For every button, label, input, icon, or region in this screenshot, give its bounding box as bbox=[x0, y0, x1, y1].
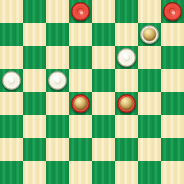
light-square bbox=[161, 23, 184, 46]
dark-square[interactable] bbox=[23, 0, 46, 23]
light-square bbox=[115, 161, 138, 184]
dark-square[interactable] bbox=[115, 92, 138, 115]
dark-square[interactable] bbox=[138, 115, 161, 138]
light-square bbox=[115, 115, 138, 138]
king-crown-icon bbox=[74, 97, 87, 110]
light-square bbox=[69, 115, 92, 138]
dark-square[interactable] bbox=[92, 69, 115, 92]
light-square bbox=[138, 46, 161, 69]
dark-square[interactable] bbox=[69, 46, 92, 69]
king-crown-icon bbox=[143, 28, 156, 41]
dark-square[interactable] bbox=[115, 138, 138, 161]
white-man-piece[interactable] bbox=[117, 48, 136, 67]
dark-square[interactable] bbox=[92, 23, 115, 46]
dark-square[interactable] bbox=[92, 161, 115, 184]
light-square bbox=[69, 161, 92, 184]
light-square bbox=[0, 0, 23, 23]
light-square bbox=[0, 138, 23, 161]
white-man-piece[interactable] bbox=[2, 71, 21, 90]
light-square bbox=[115, 23, 138, 46]
dark-square[interactable] bbox=[92, 115, 115, 138]
dark-square[interactable] bbox=[69, 0, 92, 23]
light-square bbox=[0, 92, 23, 115]
dark-square[interactable] bbox=[46, 69, 69, 92]
dark-square[interactable] bbox=[23, 46, 46, 69]
light-square bbox=[115, 69, 138, 92]
dark-square[interactable] bbox=[161, 92, 184, 115]
light-square bbox=[161, 69, 184, 92]
dark-square[interactable] bbox=[115, 46, 138, 69]
dark-square[interactable] bbox=[0, 23, 23, 46]
white-king-piece[interactable] bbox=[140, 25, 159, 44]
checkers-board bbox=[0, 0, 184, 184]
dark-square[interactable] bbox=[161, 0, 184, 23]
light-square bbox=[161, 161, 184, 184]
dark-square[interactable] bbox=[161, 46, 184, 69]
light-square bbox=[23, 23, 46, 46]
light-square bbox=[92, 92, 115, 115]
light-square bbox=[138, 138, 161, 161]
light-square bbox=[46, 138, 69, 161]
dark-square[interactable] bbox=[23, 138, 46, 161]
red-man-piece[interactable] bbox=[71, 2, 90, 21]
dark-square[interactable] bbox=[46, 161, 69, 184]
red-man-piece[interactable] bbox=[163, 2, 182, 21]
light-square bbox=[92, 0, 115, 23]
white-man-piece[interactable] bbox=[48, 71, 67, 90]
light-square bbox=[23, 69, 46, 92]
red-king-piece[interactable] bbox=[117, 94, 136, 113]
dark-square[interactable] bbox=[161, 138, 184, 161]
dark-square[interactable] bbox=[46, 115, 69, 138]
light-square bbox=[46, 92, 69, 115]
light-square bbox=[46, 0, 69, 23]
dark-square[interactable] bbox=[69, 138, 92, 161]
light-square bbox=[23, 161, 46, 184]
dark-square[interactable] bbox=[0, 115, 23, 138]
light-square bbox=[138, 0, 161, 23]
light-square bbox=[161, 115, 184, 138]
light-square bbox=[92, 46, 115, 69]
light-square bbox=[138, 92, 161, 115]
light-square bbox=[92, 138, 115, 161]
light-square bbox=[46, 46, 69, 69]
light-square bbox=[0, 46, 23, 69]
light-square bbox=[23, 115, 46, 138]
dark-square[interactable] bbox=[0, 69, 23, 92]
red-king-piece[interactable] bbox=[71, 94, 90, 113]
king-crown-icon bbox=[120, 97, 133, 110]
dark-square[interactable] bbox=[46, 23, 69, 46]
dark-square[interactable] bbox=[138, 23, 161, 46]
light-square bbox=[69, 69, 92, 92]
dark-square[interactable] bbox=[138, 69, 161, 92]
light-square bbox=[69, 23, 92, 46]
dark-square[interactable] bbox=[0, 161, 23, 184]
dark-square[interactable] bbox=[23, 92, 46, 115]
dark-square[interactable] bbox=[115, 0, 138, 23]
dark-square[interactable] bbox=[69, 92, 92, 115]
dark-square[interactable] bbox=[138, 161, 161, 184]
